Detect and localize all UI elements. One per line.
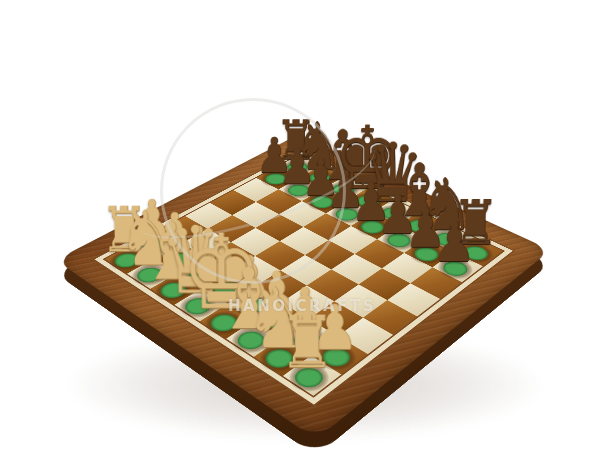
- piece-white-rook-h1: ♜: [250, 307, 364, 379]
- piece-black-pawn-h7: ♟: [405, 214, 504, 269]
- product-photo: ♜♞♝♚♛♝♞♜♟♟♟♟♟♟♟♟♟♟♟♟♟♟♟♟♜♞♝♛♚♝♞♜ HANOICR…: [0, 0, 600, 450]
